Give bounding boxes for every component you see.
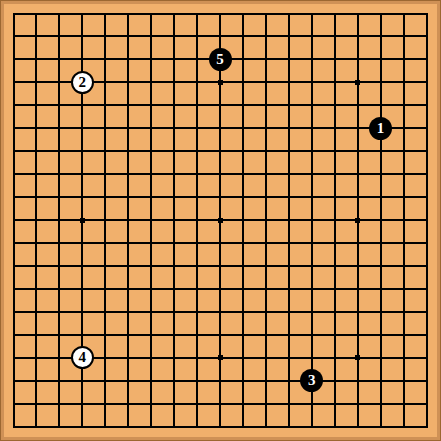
stone-black-3: 3 (300, 369, 323, 392)
star-point (218, 355, 223, 360)
grid-line-vertical (426, 13, 428, 428)
stone-black-1: 1 (369, 117, 392, 140)
star-point (218, 80, 223, 85)
go-board: 12345 (0, 0, 441, 441)
stone-white-2: 2 (71, 71, 94, 94)
star-point (355, 218, 360, 223)
move-number: 5 (216, 52, 224, 67)
grid-line-horizontal (13, 403, 428, 405)
grid-line-vertical (242, 13, 244, 428)
grid-line-horizontal (13, 426, 428, 428)
move-number: 2 (79, 75, 87, 90)
stone-black-5: 5 (209, 48, 232, 71)
grid-line-vertical (265, 13, 267, 428)
grid-line-horizontal (13, 311, 428, 313)
star-point (218, 218, 223, 223)
star-point (355, 80, 360, 85)
star-point (80, 218, 85, 223)
grid-line-horizontal (13, 380, 428, 382)
move-number: 3 (308, 373, 316, 388)
grid-line-vertical (311, 13, 313, 428)
grid-line-horizontal (13, 265, 428, 267)
stone-white-4: 4 (71, 346, 94, 369)
grid-line-horizontal (13, 334, 428, 336)
move-number: 1 (377, 121, 385, 136)
move-number: 4 (79, 350, 87, 365)
grid-line-vertical (288, 13, 290, 428)
grid-line-horizontal (13, 242, 428, 244)
grid-line-vertical (334, 13, 336, 428)
star-point (355, 355, 360, 360)
grid-line-vertical (403, 13, 405, 428)
grid-line-vertical (380, 13, 382, 428)
grid-line-horizontal (13, 288, 428, 290)
